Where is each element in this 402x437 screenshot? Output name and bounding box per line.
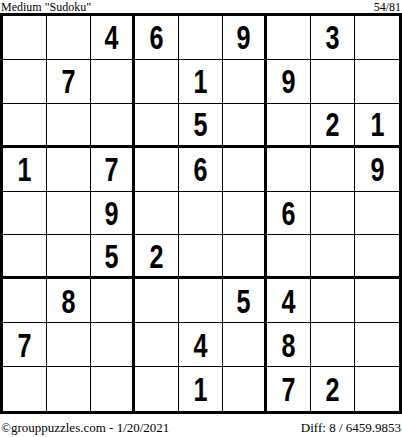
cell-r2c3[interactable] [91, 60, 135, 104]
given-digit: 5 [104, 239, 118, 273]
cell-r4c7[interactable] [267, 148, 311, 192]
copyright-text: ©grouppuzzles.com - 1/20/2021 [1, 421, 169, 434]
cell-r4c1: 1 [3, 148, 47, 192]
cell-r8c1: 7 [3, 323, 47, 367]
given-digit: 2 [149, 239, 163, 273]
cell-r8c5: 4 [179, 323, 223, 367]
given-digit: 9 [104, 196, 118, 230]
cell-r8c6[interactable] [223, 323, 267, 367]
cell-r1c8: 3 [311, 16, 355, 60]
cell-r3c4[interactable] [135, 104, 179, 148]
cell-r9c2[interactable] [47, 367, 91, 411]
cell-r4c6[interactable] [223, 148, 267, 192]
cell-r3c1[interactable] [3, 104, 47, 148]
cell-r5c4[interactable] [135, 192, 179, 236]
given-digit: 9 [281, 64, 295, 98]
given-digit: 6 [149, 20, 163, 54]
header: Medium "Sudoku" 54/81 [0, 0, 402, 13]
cell-r5c3: 9 [91, 192, 135, 236]
cell-r2c2: 7 [47, 60, 91, 104]
cell-r5c7: 6 [267, 192, 311, 236]
cells-remaining-counter: 54/81 [374, 1, 401, 13]
given-digit: 7 [104, 152, 118, 186]
cell-r5c1[interactable] [3, 192, 47, 236]
given-digit: 8 [281, 328, 295, 362]
cell-r9c5: 1 [179, 367, 223, 411]
given-digit: 9 [370, 152, 384, 186]
given-digit: 7 [281, 372, 295, 406]
cell-r7c3[interactable] [91, 279, 135, 323]
cell-r3c7[interactable] [267, 104, 311, 148]
cell-r1c1[interactable] [3, 16, 47, 60]
cell-r3c5: 5 [179, 104, 223, 148]
cell-r1c7[interactable] [267, 16, 311, 60]
cell-r8c8[interactable] [311, 323, 355, 367]
given-digit: 5 [236, 284, 250, 318]
cell-r4c3: 7 [91, 148, 135, 192]
cell-r2c5: 1 [179, 60, 223, 104]
cell-r3c8: 2 [311, 104, 355, 148]
sudoku-page: Medium "Sudoku" 54/81 469371952117699652… [0, 0, 402, 437]
footer: ©grouppuzzles.com - 1/20/2021 Diff: 8 / … [0, 414, 402, 437]
cell-r2c7: 9 [267, 60, 311, 104]
cell-r9c4[interactable] [135, 367, 179, 411]
given-digit: 7 [17, 328, 31, 362]
cell-r9c7: 7 [267, 367, 311, 411]
cell-r1c5[interactable] [179, 16, 223, 60]
cell-r7c6: 5 [223, 279, 267, 323]
cell-r5c5[interactable] [179, 192, 223, 236]
sudoku-grid: 469371952117699652854748172 [0, 13, 402, 414]
cell-r6c4: 2 [135, 235, 179, 279]
cell-r9c8: 2 [311, 367, 355, 411]
cell-r5c9[interactable] [355, 192, 399, 236]
given-digit: 1 [17, 152, 31, 186]
puzzle-title: Medium "Sudoku" [1, 1, 91, 13]
given-digit: 9 [236, 20, 250, 54]
cell-r7c2: 8 [47, 279, 91, 323]
given-digit: 2 [325, 107, 339, 141]
cell-r3c2[interactable] [47, 104, 91, 148]
cell-r4c8[interactable] [311, 148, 355, 192]
cell-r4c4[interactable] [135, 148, 179, 192]
cell-r2c9[interactable] [355, 60, 399, 104]
given-digit: 1 [193, 372, 207, 406]
cell-r7c9[interactable] [355, 279, 399, 323]
given-digit: 4 [281, 284, 295, 318]
given-digit: 4 [104, 20, 118, 54]
difficulty-text: Diff: 8 / 6459.9853 [301, 421, 401, 434]
given-digit: 8 [61, 284, 75, 318]
cell-r3c9: 1 [355, 104, 399, 148]
cell-r7c4[interactable] [135, 279, 179, 323]
cell-r5c2[interactable] [47, 192, 91, 236]
cell-r6c6[interactable] [223, 235, 267, 279]
cell-r8c4[interactable] [135, 323, 179, 367]
cell-r8c7: 8 [267, 323, 311, 367]
cell-r6c3: 5 [91, 235, 135, 279]
cell-r1c3: 4 [91, 16, 135, 60]
cell-r5c8[interactable] [311, 192, 355, 236]
cell-r7c1[interactable] [3, 279, 47, 323]
given-digit: 6 [193, 152, 207, 186]
cell-r9c3[interactable] [91, 367, 135, 411]
cell-r2c8[interactable] [311, 60, 355, 104]
given-digit: 4 [193, 328, 207, 362]
cell-r9c9 [355, 367, 399, 411]
cell-r6c9[interactable] [355, 235, 399, 279]
cell-r7c8[interactable] [311, 279, 355, 323]
cell-r4c2[interactable] [47, 148, 91, 192]
cell-r8c9[interactable] [355, 323, 399, 367]
given-digit: 6 [281, 196, 295, 230]
cell-r2c6[interactable] [223, 60, 267, 104]
cell-r7c7: 4 [267, 279, 311, 323]
given-digit: 3 [325, 20, 339, 54]
cell-r8c3[interactable] [91, 323, 135, 367]
cell-r6c2[interactable] [47, 235, 91, 279]
given-digit: 5 [193, 107, 207, 141]
cell-r6c5[interactable] [179, 235, 223, 279]
cell-r6c8[interactable] [311, 235, 355, 279]
cell-r1c9[interactable] [355, 16, 399, 60]
cell-r9c1[interactable] [3, 367, 47, 411]
given-digit: 7 [61, 64, 75, 98]
cell-r3c3[interactable] [91, 104, 135, 148]
cell-r5c6[interactable] [223, 192, 267, 236]
given-digit: 2 [325, 372, 339, 406]
cell-r4c9: 9 [355, 148, 399, 192]
cell-r7c5[interactable] [179, 279, 223, 323]
cell-r2c4[interactable] [135, 60, 179, 104]
cell-r4c5: 6 [179, 148, 223, 192]
cell-r6c1[interactable] [3, 235, 47, 279]
cell-r8c2[interactable] [47, 323, 91, 367]
cell-r6c7[interactable] [267, 235, 311, 279]
given-digit: 1 [193, 64, 207, 98]
cell-r2c1[interactable] [3, 60, 47, 104]
cell-r1c4: 6 [135, 16, 179, 60]
given-digit: 1 [370, 107, 384, 141]
cell-r1c6: 9 [223, 16, 267, 60]
cell-r3c6[interactable] [223, 104, 267, 148]
cell-r9c6[interactable] [223, 367, 267, 411]
cell-r1c2[interactable] [47, 16, 91, 60]
